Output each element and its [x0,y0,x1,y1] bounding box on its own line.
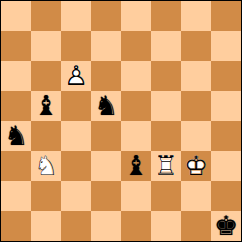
square-h8[interactable] [211,1,241,31]
white-piece-outline-glyph: ♘ [31,151,61,181]
square-b3[interactable]: ♞♘ [31,151,61,181]
square-b8[interactable] [31,1,61,31]
square-g6[interactable] [181,61,211,91]
square-h2[interactable] [211,181,241,211]
square-c2[interactable] [61,181,91,211]
square-b1[interactable] [31,211,61,241]
square-a4[interactable]: ♞ [1,121,31,151]
black-piece-glyph: ♝ [121,151,151,181]
square-a5[interactable] [1,91,31,121]
square-f8[interactable] [151,1,181,31]
square-f1[interactable] [151,211,181,241]
white-king-g3[interactable]: ♚♔ [181,151,211,181]
square-h5[interactable] [211,91,241,121]
square-f2[interactable] [151,181,181,211]
black-knight-a4[interactable]: ♞ [1,121,31,151]
square-d7[interactable] [91,31,121,61]
white-piece-outline-glyph: ♔ [181,151,211,181]
square-d2[interactable] [91,181,121,211]
square-a2[interactable] [1,181,31,211]
square-a7[interactable] [1,31,31,61]
square-g1[interactable] [181,211,211,241]
square-e4[interactable] [121,121,151,151]
square-e7[interactable] [121,31,151,61]
square-e2[interactable] [121,181,151,211]
square-d4[interactable] [91,121,121,151]
white-piece-outline-glyph: ♖ [151,151,181,181]
black-piece-glyph: ♚ [211,211,241,241]
square-h4[interactable] [211,121,241,151]
black-piece-glyph: ♝ [31,91,61,121]
square-g4[interactable] [181,121,211,151]
square-h6[interactable] [211,61,241,91]
square-h3[interactable] [211,151,241,181]
square-c4[interactable] [61,121,91,151]
square-g5[interactable] [181,91,211,121]
black-bishop-e3[interactable]: ♝ [121,151,151,181]
square-e3[interactable]: ♝ [121,151,151,181]
square-h7[interactable] [211,31,241,61]
square-b4[interactable] [31,121,61,151]
black-king-h1[interactable]: ♚ [211,211,241,241]
square-g8[interactable] [181,1,211,31]
square-d1[interactable] [91,211,121,241]
square-b6[interactable] [31,61,61,91]
square-c3[interactable] [61,151,91,181]
square-g7[interactable] [181,31,211,61]
white-pawn-c6[interactable]: ♟♙ [61,61,91,91]
square-a3[interactable] [1,151,31,181]
square-e6[interactable] [121,61,151,91]
black-piece-glyph: ♞ [1,121,31,151]
square-f7[interactable] [151,31,181,61]
square-d6[interactable] [91,61,121,91]
square-c1[interactable] [61,211,91,241]
square-c6[interactable]: ♟♙ [61,61,91,91]
square-a8[interactable] [1,1,31,31]
square-g2[interactable] [181,181,211,211]
square-c8[interactable] [61,1,91,31]
square-d8[interactable] [91,1,121,31]
square-c7[interactable] [61,31,91,61]
square-h1[interactable]: ♚ [211,211,241,241]
square-e8[interactable] [121,1,151,31]
square-d5[interactable]: ♞ [91,91,121,121]
chess-board-wrapper: ♟♙♝♞♞♞♘♝♜♖♚♔♚ [0,0,242,242]
square-e5[interactable] [121,91,151,121]
square-g3[interactable]: ♚♔ [181,151,211,181]
square-a1[interactable] [1,211,31,241]
square-e1[interactable] [121,211,151,241]
square-b7[interactable] [31,31,61,61]
black-knight-d5[interactable]: ♞ [91,91,121,121]
square-f6[interactable] [151,61,181,91]
black-bishop-b5[interactable]: ♝ [31,91,61,121]
square-c5[interactable] [61,91,91,121]
square-b2[interactable] [31,181,61,211]
square-f3[interactable]: ♜♖ [151,151,181,181]
white-knight-b3[interactable]: ♞♘ [31,151,61,181]
square-d3[interactable] [91,151,121,181]
square-f4[interactable] [151,121,181,151]
white-piece-outline-glyph: ♙ [61,61,91,91]
square-b5[interactable]: ♝ [31,91,61,121]
black-piece-glyph: ♞ [91,91,121,121]
white-rook-f3[interactable]: ♜♖ [151,151,181,181]
square-a6[interactable] [1,61,31,91]
square-f5[interactable] [151,91,181,121]
chess-board: ♟♙♝♞♞♞♘♝♜♖♚♔♚ [0,0,242,242]
